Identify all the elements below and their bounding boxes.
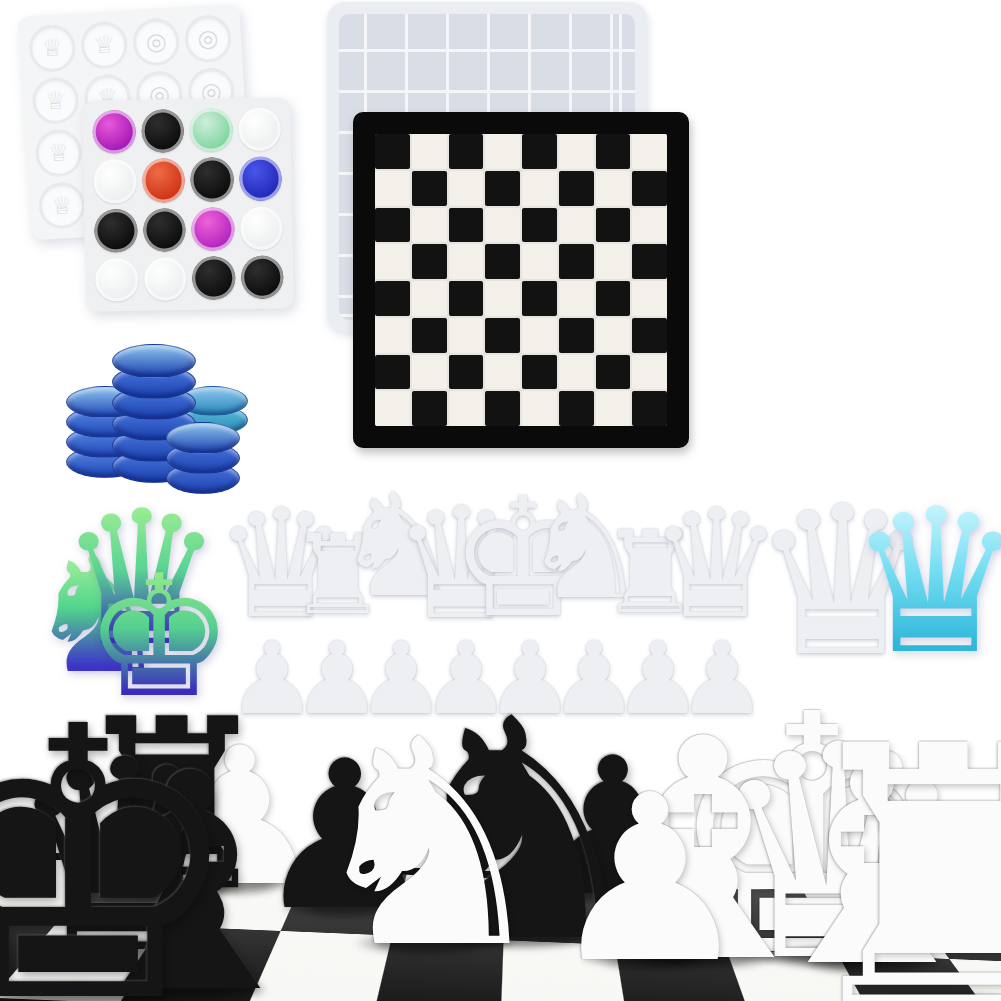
- checker-cavity-empty: ♕: [28, 24, 77, 73]
- display-chessboard-frame: [353, 112, 689, 448]
- checker-cavity-filled-black: [192, 256, 235, 300]
- cavity-rings-emblem-icon: ◎: [197, 26, 219, 51]
- board-square-dark: [449, 355, 484, 390]
- checker-cavity-empty: ◎: [132, 17, 181, 66]
- checker-cavity-filled-white: [143, 257, 186, 301]
- board-square-dark: [485, 391, 520, 426]
- board-square-dark: [522, 281, 557, 316]
- board-square-dark: [412, 391, 447, 426]
- floor-piece-white-knight: ♞: [300, 702, 556, 987]
- board-square-dark: [449, 281, 484, 316]
- board-square-light: [449, 171, 484, 206]
- checker-cavity-filled-white: [240, 206, 283, 250]
- checker-cavity-filled-black: [190, 157, 233, 201]
- cavity-crown-emblem-icon: ♕: [47, 140, 70, 165]
- board-square-light: [522, 244, 557, 279]
- checker-cavity-filled-black: [143, 208, 186, 252]
- board-square-light: [375, 171, 410, 206]
- board-square-dark: [375, 281, 410, 316]
- board-square-dark: [559, 391, 594, 426]
- board-square-light: [375, 391, 410, 426]
- board-square-dark: [485, 318, 520, 353]
- board-square-light: [596, 318, 631, 353]
- checker-cavity-filled-pink: [191, 207, 234, 251]
- board-square-light: [522, 171, 557, 206]
- checker-cavity-empty: ♕: [34, 128, 83, 177]
- board-square-light: [632, 208, 667, 243]
- board-square-dark: [632, 244, 667, 279]
- checker-cavity-empty: ♕: [38, 181, 87, 230]
- board-square-light: [412, 208, 447, 243]
- board-square-light: [632, 134, 667, 169]
- board-square-dark: [412, 244, 447, 279]
- board-square-light: [412, 134, 447, 169]
- board-square-light: [596, 391, 631, 426]
- blue-resin-checker: [112, 344, 196, 378]
- cavity-crown-emblem-icon: ♕: [41, 36, 64, 61]
- board-square-dark: [375, 355, 410, 390]
- board-square-light: [596, 244, 631, 279]
- checker-cavity-filled-green: [189, 108, 232, 152]
- board-square-dark: [632, 318, 667, 353]
- board-square-light: [559, 355, 594, 390]
- board-square-dark: [559, 171, 594, 206]
- checker-cavity-filled-black: [94, 208, 137, 252]
- checker-cavity-filled-white: [93, 159, 136, 203]
- board-square-light: [559, 134, 594, 169]
- board-square-dark: [632, 171, 667, 206]
- board-square-dark: [596, 208, 631, 243]
- floor-piece-white-pawn: ♟: [547, 765, 753, 995]
- checker-cavity-filled-magenta: [92, 110, 135, 154]
- checker-cavity-empty: ♕: [31, 76, 80, 125]
- board-square-light: [559, 208, 594, 243]
- board-square-dark: [522, 134, 557, 169]
- board-square-dark: [485, 171, 520, 206]
- board-square-dark: [522, 355, 557, 390]
- board-square-light: [632, 355, 667, 390]
- board-square-light: [485, 208, 520, 243]
- cavity-crown-emblem-icon: ♕: [44, 88, 67, 113]
- checker-cavity-empty: ♕: [80, 20, 129, 69]
- board-square-light: [485, 355, 520, 390]
- board-square-dark: [412, 171, 447, 206]
- checker-cavity-filled-white: [95, 258, 138, 302]
- board-square-dark: [596, 134, 631, 169]
- board-square-dark: [596, 355, 631, 390]
- board-square-light: [559, 281, 594, 316]
- board-square-light: [412, 281, 447, 316]
- checker-cavity-empty: ◎: [184, 14, 233, 63]
- board-square-dark: [559, 318, 594, 353]
- board-square-light: [485, 134, 520, 169]
- board-square-light: [522, 391, 557, 426]
- board-square-light: [449, 244, 484, 279]
- floor-piece-white-rook: ♜: [783, 700, 1001, 1001]
- board-square-dark: [522, 208, 557, 243]
- checker-cavity-filled-white: [238, 107, 281, 151]
- blue-resin-checker: [166, 422, 240, 454]
- display-chessboard-grid: [375, 134, 667, 426]
- board-square-light: [375, 244, 410, 279]
- board-square-dark: [375, 134, 410, 169]
- board-square-light: [596, 171, 631, 206]
- board-square-dark: [449, 134, 484, 169]
- cavity-rings-emblem-icon: ◎: [145, 29, 167, 54]
- board-square-dark: [449, 208, 484, 243]
- board-square-light: [485, 281, 520, 316]
- checker-cavity-filled-red: [142, 158, 185, 202]
- product-photo-stage: ♕♕◎◎♕♕◎◎♕♕◎◎♕♕◎◎♞♛♚♛♜♞♛♚♞♜♛♟♟♟♟♟♟♟♟♛♛♜♟♟…: [0, 0, 1001, 1001]
- floor-piece-black-king: ♚: [0, 679, 246, 1001]
- checker-cavity-filled-black: [240, 255, 283, 299]
- board-square-dark: [632, 391, 667, 426]
- board-square-dark: [559, 244, 594, 279]
- board-square-light: [412, 355, 447, 390]
- board-square-light: [449, 391, 484, 426]
- board-square-dark: [485, 244, 520, 279]
- board-square-light: [632, 281, 667, 316]
- board-square-light: [449, 318, 484, 353]
- checker-cavity-filled-black: [141, 109, 184, 153]
- cavity-crown-emblem-icon: ♕: [50, 193, 73, 218]
- checkers-mold-tray-front: [82, 97, 294, 312]
- board-square-dark: [596, 281, 631, 316]
- board-square-light: [522, 318, 557, 353]
- board-square-dark: [375, 208, 410, 243]
- board-square-light: [375, 318, 410, 353]
- checker-cavity-filled-blue: [239, 157, 282, 201]
- board-square-dark: [412, 318, 447, 353]
- cavity-crown-emblem-icon: ♕: [93, 32, 116, 57]
